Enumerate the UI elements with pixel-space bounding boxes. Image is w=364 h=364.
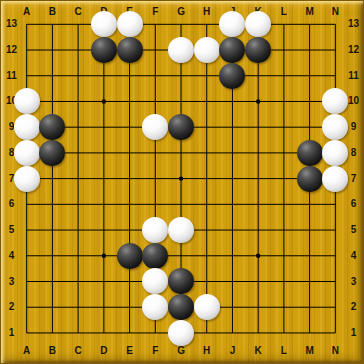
stone-black-K12[interactable] xyxy=(245,37,271,63)
stone-white-F9[interactable] xyxy=(142,114,168,140)
col-label-bottom-E: E xyxy=(126,346,133,356)
stone-black-B9[interactable] xyxy=(39,114,65,140)
stone-white-F2[interactable] xyxy=(142,294,168,320)
col-label-bottom-J: J xyxy=(230,346,236,356)
stone-white-N8[interactable] xyxy=(322,140,348,166)
stone-white-H12[interactable] xyxy=(194,37,220,63)
col-label-bottom-B: B xyxy=(49,346,56,356)
row-label-right-5: 5 xyxy=(351,225,357,235)
stone-black-F4[interactable] xyxy=(142,243,168,269)
stone-white-A10[interactable] xyxy=(14,88,40,114)
stone-white-E13[interactable] xyxy=(117,11,143,37)
stone-black-E12[interactable] xyxy=(117,37,143,63)
stone-white-F5[interactable] xyxy=(142,217,168,243)
stone-white-N9[interactable] xyxy=(322,114,348,140)
col-label-bottom-H: H xyxy=(203,346,210,356)
row-label-right-3: 3 xyxy=(351,277,357,287)
row-label-right-8: 8 xyxy=(351,148,357,158)
col-label-bottom-L: L xyxy=(281,346,287,356)
stone-black-G3[interactable] xyxy=(168,268,194,294)
row-label-right-12: 12 xyxy=(348,45,359,55)
stone-black-M8[interactable] xyxy=(297,140,323,166)
col-label-bottom-K: K xyxy=(255,346,262,356)
stone-black-D12[interactable] xyxy=(91,37,117,63)
stone-white-N10[interactable] xyxy=(322,88,348,114)
col-label-bottom-G: G xyxy=(177,346,185,356)
row-label-right-4: 4 xyxy=(351,251,357,261)
row-label-right-13: 13 xyxy=(348,19,359,29)
stone-white-A9[interactable] xyxy=(14,114,40,140)
col-label-bottom-A: A xyxy=(23,346,30,356)
stone-black-G9[interactable] xyxy=(168,114,194,140)
stone-white-K13[interactable] xyxy=(245,11,271,37)
stone-white-G1[interactable] xyxy=(168,320,194,346)
stone-black-B8[interactable] xyxy=(39,140,65,166)
stone-white-F3[interactable] xyxy=(142,268,168,294)
stone-white-A8[interactable] xyxy=(14,140,40,166)
stone-white-G12[interactable] xyxy=(168,37,194,63)
goban[interactable]: AABBCCDDEEFFGGHHJJKKLLMMNN13131212111110… xyxy=(0,0,364,364)
row-label-right-11: 11 xyxy=(348,71,359,81)
row-label-right-9: 9 xyxy=(351,122,357,132)
row-label-right-2: 2 xyxy=(351,302,357,312)
row-label-right-7: 7 xyxy=(351,174,357,184)
col-label-bottom-F: F xyxy=(152,346,158,356)
row-label-right-10: 10 xyxy=(348,96,359,106)
col-label-bottom-D: D xyxy=(100,346,107,356)
stone-white-H2[interactable] xyxy=(194,294,220,320)
col-label-bottom-C: C xyxy=(75,346,82,356)
stone-black-E4[interactable] xyxy=(117,243,143,269)
stone-white-A7[interactable] xyxy=(14,166,40,192)
col-label-bottom-M: M xyxy=(305,346,313,356)
stone-black-J12[interactable] xyxy=(219,37,245,63)
row-label-right-1: 1 xyxy=(351,328,357,338)
stone-white-J13[interactable] xyxy=(219,11,245,37)
col-label-bottom-N: N xyxy=(332,346,339,356)
stone-black-J11[interactable] xyxy=(219,63,245,89)
row-label-right-6: 6 xyxy=(351,199,357,209)
stone-black-M7[interactable] xyxy=(297,166,323,192)
stone-white-D13[interactable] xyxy=(91,11,117,37)
stone-black-G2[interactable] xyxy=(168,294,194,320)
stones-layer xyxy=(14,11,348,345)
stone-white-G5[interactable] xyxy=(168,217,194,243)
stone-white-N7[interactable] xyxy=(322,166,348,192)
